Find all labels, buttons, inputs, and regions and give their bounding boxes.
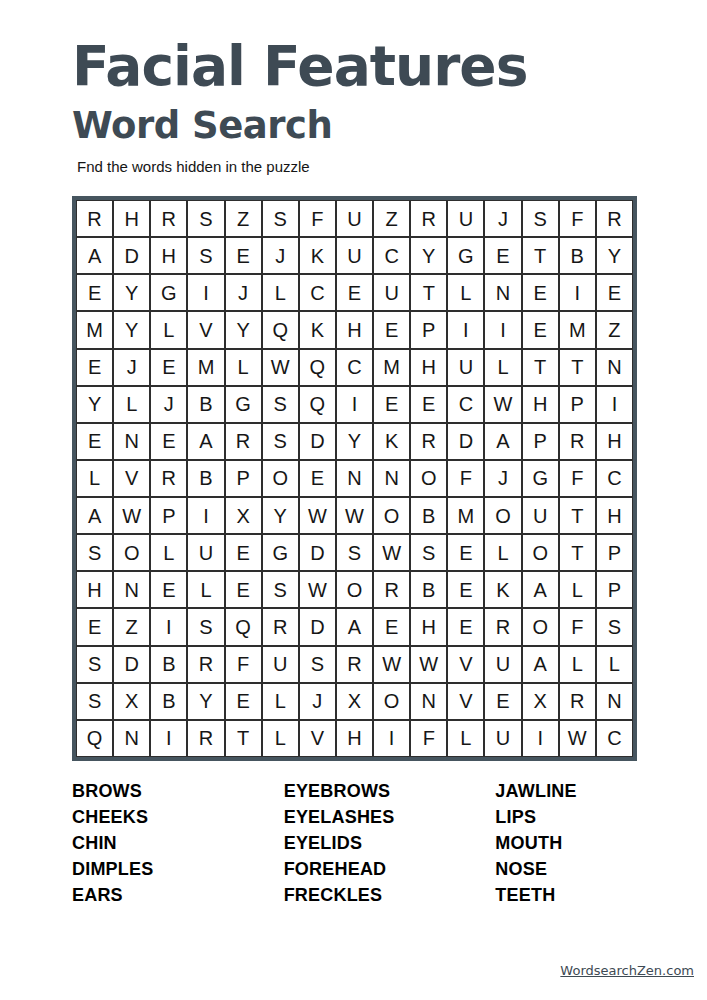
word-brows: BROWS [72,778,284,804]
instruction-text: Fnd the words hidden in the puzzle [77,158,707,176]
grid-cell-r6c14: P [559,386,596,423]
grid-cell-r14c12: E [484,683,521,720]
grid-cell-r11c8: O [336,571,373,608]
grid-cell-r11c1: H [76,571,113,608]
grid-cell-r3c15: E [596,274,633,311]
grid-cell-r2c9: C [373,237,410,274]
grid-cell-r3c3: G [150,274,187,311]
grid-cell-r14c8: X [336,683,373,720]
grid-cell-r14c6: L [262,683,299,720]
grid-cell-r13c8: R [336,646,373,683]
grid-cell-r12c10: H [410,608,447,645]
grid-cell-r5c3: E [150,349,187,386]
grid-cell-r7c11: D [447,423,484,460]
worksheet-page: Facial Features Word Search Fnd the word… [0,0,707,1000]
grid-cell-r1c9: Z [373,200,410,237]
grid-cell-r3c2: Y [113,274,150,311]
grid-cell-r9c14: T [559,497,596,534]
grid-cell-r8c14: F [559,460,596,497]
grid-cell-r7c10: R [410,423,447,460]
grid-cell-r1c2: H [113,200,150,237]
grid-cell-r5c7: Q [299,349,336,386]
header: Facial Features Word Search Fnd the word… [0,0,707,176]
grid-cell-r4c5: Y [225,311,262,348]
grid-cell-r13c4: R [187,646,224,683]
word-mouth: MOUTH [495,830,707,856]
grid-cell-r10c13: O [522,534,559,571]
grid-cell-r4c12: I [484,311,521,348]
grid-cell-r11c9: R [373,571,410,608]
grid-cell-r2c1: A [76,237,113,274]
grid-cell-r15c3: I [150,720,187,757]
grid-cell-r12c3: I [150,608,187,645]
word-list: BROWSCHEEKSCHINDIMPLESEARS EYEBROWSEYELA… [72,778,707,908]
word-list-column-1: BROWSCHEEKSCHINDIMPLESEARS [72,778,284,908]
word-freckles: FRECKLES [284,882,496,908]
grid-cell-r10c9: W [373,534,410,571]
grid-cell-r4c7: K [299,311,336,348]
grid-cell-r12c1: E [76,608,113,645]
grid-cell-r11c13: A [522,571,559,608]
grid-cell-r11c15: P [596,571,633,608]
grid-cell-r5c1: E [76,349,113,386]
grid-cell-r8c4: B [187,460,224,497]
grid-cell-r12c12: R [484,608,521,645]
grid-cell-r1c10: R [410,200,447,237]
grid-cell-r1c14: F [559,200,596,237]
grid-cell-r3c10: T [410,274,447,311]
grid-cell-r11c5: E [225,571,262,608]
grid-cell-r10c15: P [596,534,633,571]
grid-cell-r14c11: V [447,683,484,720]
grid-cell-r13c2: D [113,646,150,683]
puzzle-board-frame: RHRSZSFUZRUJSFRADHSEJKUCYGETBYEYGIJLCEUT… [72,196,637,761]
grid-cell-r15c7: V [299,720,336,757]
grid-cell-r7c1: E [76,423,113,460]
grid-cell-r2c10: Y [410,237,447,274]
grid-cell-r12c11: E [447,608,484,645]
grid-cell-r5c9: M [373,349,410,386]
grid-cell-r7c4: A [187,423,224,460]
grid-cell-r11c4: L [187,571,224,608]
grid-cell-r7c15: H [596,423,633,460]
grid-cell-r3c4: I [187,274,224,311]
grid-cell-r14c2: X [113,683,150,720]
grid-cell-r4c10: P [410,311,447,348]
grid-cell-r15c2: N [113,720,150,757]
grid-cell-r6c12: W [484,386,521,423]
grid-cell-r10c3: L [150,534,187,571]
grid-cell-r5c6: W [262,349,299,386]
grid-cell-r6c2: L [113,386,150,423]
word-teeth: TEETH [495,882,707,908]
grid-cell-r3c6: L [262,274,299,311]
grid-cell-r15c15: C [596,720,633,757]
grid-cell-r8c7: E [299,460,336,497]
grid-cell-r10c8: S [336,534,373,571]
grid-cell-r6c13: H [522,386,559,423]
grid-cell-r13c1: S [76,646,113,683]
grid-cell-r14c10: N [410,683,447,720]
grid-cell-r7c9: K [373,423,410,460]
grid-cell-r1c7: F [299,200,336,237]
grid-cell-r14c5: E [225,683,262,720]
grid-cell-r10c10: S [410,534,447,571]
grid-cell-r6c11: C [447,386,484,423]
grid-cell-r7c13: P [522,423,559,460]
grid-cell-r14c14: R [559,683,596,720]
grid-cell-r10c11: E [447,534,484,571]
grid-cell-r5c14: T [559,349,596,386]
grid-cell-r13c15: L [596,646,633,683]
grid-cell-r7c6: S [262,423,299,460]
word-eyebrows: EYEBROWS [284,778,496,804]
grid-cell-r11c12: K [484,571,521,608]
grid-cell-r4c13: E [522,311,559,348]
grid-cell-r2c8: U [336,237,373,274]
grid-cell-r15c12: U [484,720,521,757]
word-eyelids: EYELIDS [284,830,496,856]
grid-cell-r2c3: H [150,237,187,274]
grid-cell-r7c7: D [299,423,336,460]
grid-cell-r9c11: M [447,497,484,534]
page-title: Facial Features [72,36,707,96]
grid-cell-r10c1: S [76,534,113,571]
grid-cell-r4c11: I [447,311,484,348]
grid-cell-r5c8: C [336,349,373,386]
grid-cell-r10c7: D [299,534,336,571]
grid-cell-r1c13: S [522,200,559,237]
grid-cell-r10c14: T [559,534,596,571]
grid-cell-r7c8: Y [336,423,373,460]
grid-cell-r9c4: I [187,497,224,534]
grid-cell-r4c2: Y [113,311,150,348]
grid-cell-r4c6: Q [262,311,299,348]
grid-cell-r15c13: I [522,720,559,757]
grid-cell-r4c3: L [150,311,187,348]
grid-cell-r9c7: W [299,497,336,534]
grid-cell-r9c9: O [373,497,410,534]
grid-cell-r4c15: Z [596,311,633,348]
word-list-column-2: EYEBROWSEYELASHESEYELIDSFOREHEADFRECKLES [284,778,496,908]
grid-cell-r9c12: O [484,497,521,534]
grid-cell-r9c5: X [225,497,262,534]
grid-cell-r6c6: S [262,386,299,423]
grid-cell-r14c13: X [522,683,559,720]
grid-cell-r1c5: Z [225,200,262,237]
grid-cell-r8c6: O [262,460,299,497]
grid-cell-r7c12: A [484,423,521,460]
grid-cell-r15c9: I [373,720,410,757]
grid-cell-r8c11: F [447,460,484,497]
word-list-column-3: JAWLINELIPSMOUTHNOSETEETH [495,778,707,908]
grid-cell-r3c7: C [299,274,336,311]
grid-cell-r6c7: Q [299,386,336,423]
grid-cell-r7c3: E [150,423,187,460]
grid-cell-r15c5: T [225,720,262,757]
grid-cell-r12c9: E [373,608,410,645]
grid-cell-r1c15: R [596,200,633,237]
grid-cell-r2c7: K [299,237,336,274]
grid-cell-r15c11: L [447,720,484,757]
grid-cell-r5c4: M [187,349,224,386]
grid-cell-r13c5: F [225,646,262,683]
grid-cell-r6c9: E [373,386,410,423]
grid-cell-r8c1: L [76,460,113,497]
grid-cell-r11c2: N [113,571,150,608]
grid-cell-r10c4: U [187,534,224,571]
word-cheeks: CHEEKS [72,804,284,830]
word-eyelashes: EYELASHES [284,804,496,830]
word-forehead: FOREHEAD [284,856,496,882]
grid-cell-r7c2: N [113,423,150,460]
grid-cell-r15c1: Q [76,720,113,757]
word-dimples: DIMPLES [72,856,284,882]
grid-cell-r5c13: T [522,349,559,386]
grid-cell-r15c14: W [559,720,596,757]
grid-cell-r14c3: B [150,683,187,720]
grid-cell-r11c10: B [410,571,447,608]
grid-cell-r3c14: I [559,274,596,311]
grid-cell-r13c14: L [559,646,596,683]
grid-cell-r13c12: U [484,646,521,683]
grid-cell-r3c13: E [522,274,559,311]
grid-cell-r9c15: H [596,497,633,534]
grid-cell-r10c12: L [484,534,521,571]
grid-cell-r8c8: N [336,460,373,497]
grid-cell-r9c1: A [76,497,113,534]
grid-cell-r2c14: B [559,237,596,274]
grid-cell-r14c1: S [76,683,113,720]
grid-cell-r2c12: E [484,237,521,274]
grid-cell-r13c13: A [522,646,559,683]
grid-cell-r13c10: W [410,646,447,683]
grid-cell-r7c5: R [225,423,262,460]
grid-cell-r12c13: O [522,608,559,645]
word-lips: LIPS [495,804,707,830]
word-chin: CHIN [72,830,284,856]
grid-cell-r3c9: U [373,274,410,311]
grid-cell-r11c7: W [299,571,336,608]
grid-cell-r12c6: R [262,608,299,645]
grid-cell-r15c10: F [410,720,447,757]
grid-cell-r7c14: R [559,423,596,460]
grid-cell-r12c8: A [336,608,373,645]
grid-cell-r15c4: R [187,720,224,757]
grid-cell-r1c4: S [187,200,224,237]
grid-cell-r6c15: I [596,386,633,423]
grid-cell-r13c3: B [150,646,187,683]
grid-cell-r9c10: B [410,497,447,534]
grid-cell-r3c11: L [447,274,484,311]
grid-cell-r6c10: E [410,386,447,423]
grid-cell-r1c3: R [150,200,187,237]
grid-cell-r11c14: L [559,571,596,608]
grid-cell-r8c5: P [225,460,262,497]
grid-cell-r5c2: J [113,349,150,386]
grid-cell-r5c12: L [484,349,521,386]
grid-cell-r6c4: B [187,386,224,423]
grid-cell-r4c4: V [187,311,224,348]
grid-cell-r4c8: H [336,311,373,348]
grid-cell-r12c7: D [299,608,336,645]
grid-cell-r8c15: C [596,460,633,497]
grid-cell-r6c5: G [225,386,262,423]
grid-cell-r4c1: M [76,311,113,348]
grid-cell-r12c2: Z [113,608,150,645]
grid-cell-r14c4: Y [187,683,224,720]
grid-cell-r8c3: R [150,460,187,497]
grid-cell-r2c15: Y [596,237,633,274]
grid-cell-r10c2: O [113,534,150,571]
grid-cell-r13c6: U [262,646,299,683]
grid-cell-r5c10: H [410,349,447,386]
grid-cell-r3c1: E [76,274,113,311]
grid-cell-r9c13: U [522,497,559,534]
grid-cell-r15c6: L [262,720,299,757]
grid-cell-r6c3: J [150,386,187,423]
grid-cell-r13c7: S [299,646,336,683]
grid-cell-r9c8: W [336,497,373,534]
grid-cell-r2c11: G [447,237,484,274]
grid-cell-r12c5: Q [225,608,262,645]
grid-cell-r14c9: O [373,683,410,720]
grid-cell-r9c3: P [150,497,187,534]
grid-cell-r2c13: T [522,237,559,274]
grid-cell-r10c6: G [262,534,299,571]
grid-cell-r1c8: U [336,200,373,237]
grid-cell-r4c9: E [373,311,410,348]
grid-cell-r9c6: Y [262,497,299,534]
grid-cell-r3c8: E [336,274,373,311]
grid-cell-r14c7: J [299,683,336,720]
grid-cell-r8c9: N [373,460,410,497]
grid-cell-r2c4: S [187,237,224,274]
grid-cell-r15c8: H [336,720,373,757]
grid-cell-r1c11: U [447,200,484,237]
grid-cell-r11c3: E [150,571,187,608]
grid-cell-r13c9: W [373,646,410,683]
grid-cell-r4c14: M [559,311,596,348]
grid-cell-r12c14: F [559,608,596,645]
grid-cell-r13c11: V [447,646,484,683]
grid-cell-r10c5: E [225,534,262,571]
grid-cell-r5c5: L [225,349,262,386]
word-ears: EARS [72,882,284,908]
grid-cell-r1c12: J [484,200,521,237]
website-link[interactable]: WordsearchZen.com [560,963,694,978]
grid-cell-r8c10: O [410,460,447,497]
grid-cell-r3c12: N [484,274,521,311]
grid-cell-r11c6: S [262,571,299,608]
grid-cell-r5c11: U [447,349,484,386]
grid-cell-r9c2: W [113,497,150,534]
grid-cell-r8c12: J [484,460,521,497]
grid-cell-r12c4: S [187,608,224,645]
grid-cell-r2c6: J [262,237,299,274]
grid-cell-r14c15: N [596,683,633,720]
grid-cell-r5c15: N [596,349,633,386]
letter-grid: RHRSZSFUZRUJSFRADHSEJKUCYGETBYEYGIJLCEUT… [76,200,633,757]
grid-cell-r6c8: I [336,386,373,423]
grid-cell-r6c1: Y [76,386,113,423]
word-jawline: JAWLINE [495,778,707,804]
grid-cell-r3c5: J [225,274,262,311]
grid-cell-r12c15: S [596,608,633,645]
grid-cell-r2c5: E [225,237,262,274]
page-subtitle: Word Search [72,106,707,146]
grid-cell-r8c13: G [522,460,559,497]
grid-cell-r1c1: R [76,200,113,237]
grid-cell-r2c2: D [113,237,150,274]
grid-cell-r11c11: E [447,571,484,608]
grid-cell-r8c2: V [113,460,150,497]
grid-cell-r1c6: S [262,200,299,237]
word-nose: NOSE [495,856,707,882]
